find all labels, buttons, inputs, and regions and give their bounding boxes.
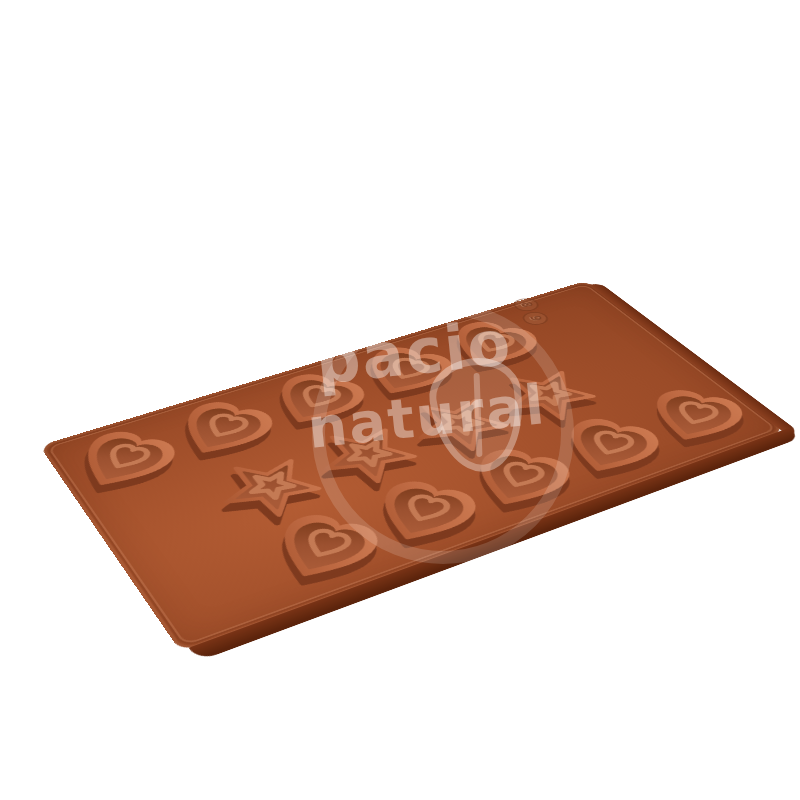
mold-tray: 8 9 xyxy=(39,280,786,652)
product-photo: 8 9 pacio natural xyxy=(0,0,800,800)
mold-grid xyxy=(55,288,769,640)
